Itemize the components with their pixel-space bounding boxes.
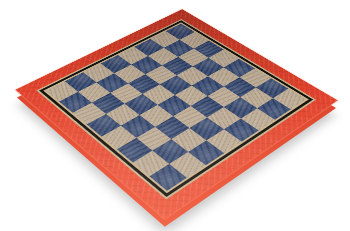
chess-board-product-photo	[0, 0, 350, 231]
playing-field	[46, 24, 306, 191]
chess-board	[16, 9, 338, 219]
